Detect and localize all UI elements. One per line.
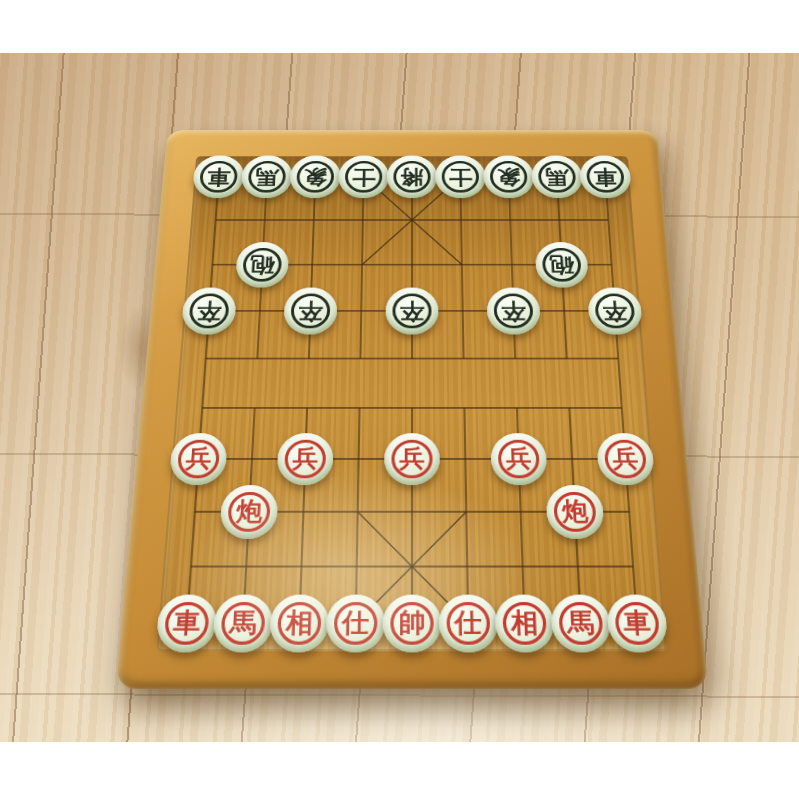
piece-ring: 兵 (177, 440, 221, 478)
piece-ring: 仕 (446, 602, 490, 645)
piece-ring: 車 (199, 161, 238, 193)
piece-ring: 馬 (220, 602, 266, 645)
piece-ring: 車 (586, 161, 625, 193)
piece-ring: 帥 (390, 602, 434, 645)
piece-black-chariot[interactable]: 車 (579, 156, 632, 199)
piece-glyph: 車 (172, 609, 201, 636)
piece-red-soldier[interactable]: 兵 (384, 433, 440, 485)
piece-glyph: 卒 (298, 301, 323, 323)
piece-ring: 兵 (498, 440, 540, 478)
piece-glyph: 砲 (250, 255, 275, 276)
piece-ring: 車 (164, 602, 210, 645)
piece-glyph: 砲 (549, 255, 574, 276)
piece-black-soldier[interactable]: 卒 (385, 288, 438, 335)
piece-glyph: 卒 (400, 301, 424, 323)
pieces-layer: 車馬象士將士象馬車砲砲卒卒卒卒卒兵兵兵兵兵炮炮車馬相仕帥仕相馬車 (156, 156, 667, 651)
piece-red-chariot[interactable]: 車 (606, 595, 669, 653)
piece-glyph: 士 (449, 168, 473, 188)
piece-black-chariot[interactable]: 車 (192, 156, 245, 199)
piece-ring: 砲 (242, 248, 282, 282)
piece-black-elephant[interactable]: 象 (483, 156, 535, 199)
piece-glyph: 仕 (342, 609, 370, 636)
piece-black-soldier[interactable]: 卒 (283, 288, 337, 335)
piece-red-soldier[interactable]: 兵 (169, 433, 228, 485)
piece-glyph: 將 (400, 168, 423, 188)
piece-ring: 象 (296, 161, 334, 193)
piece-glyph: 兵 (612, 446, 639, 470)
piece-glyph: 車 (623, 609, 652, 636)
photo-canvas: 車馬象士將士象馬車砲砲卒卒卒卒卒兵兵兵兵兵炮炮車馬相仕帥仕相馬車 (0, 0, 799, 799)
piece-black-cannon[interactable]: 砲 (535, 242, 589, 287)
piece-ring: 士 (345, 161, 383, 193)
piece-black-soldier[interactable]: 卒 (587, 288, 643, 335)
piece-ring: 兵 (604, 440, 648, 478)
piece-red-soldier[interactable]: 兵 (596, 433, 655, 485)
piece-ring: 象 (490, 161, 528, 193)
piece-glyph: 馬 (545, 168, 569, 188)
piece-black-elephant[interactable]: 象 (289, 156, 341, 199)
piece-glyph: 卒 (602, 301, 628, 323)
piece-ring: 馬 (247, 161, 286, 193)
piece-ring: 仕 (334, 602, 378, 645)
piece-glyph: 兵 (292, 446, 318, 470)
piece-glyph: 仕 (455, 609, 483, 636)
piece-glyph: 相 (511, 609, 539, 636)
piece-black-horse[interactable]: 馬 (241, 156, 293, 199)
piece-ring: 兵 (284, 440, 326, 478)
xiangqi-board-grid[interactable]: 車馬象士將士象馬車砲砲卒卒卒卒卒兵兵兵兵兵炮炮車馬相仕帥仕相馬車 (156, 156, 667, 651)
piece-red-chariot[interactable]: 車 (155, 595, 218, 653)
piece-glyph: 炮 (561, 498, 588, 523)
piece-black-soldier[interactable]: 卒 (181, 288, 237, 335)
piece-ring: 將 (393, 161, 430, 193)
piece-glyph: 馬 (229, 609, 257, 636)
letterbox-bottom (0, 742, 799, 799)
piece-glyph: 兵 (399, 446, 425, 470)
piece-ring: 士 (442, 161, 480, 193)
piece-ring: 炮 (227, 492, 271, 532)
piece-ring: 卒 (188, 294, 229, 329)
piece-ring: 車 (614, 602, 660, 645)
piece-ring: 相 (277, 602, 322, 645)
piece-glyph: 車 (206, 168, 231, 188)
piece-black-general[interactable]: 將 (387, 156, 438, 199)
piece-red-elephant[interactable]: 相 (495, 595, 556, 653)
piece-glyph: 馬 (567, 609, 595, 636)
piece-red-soldier[interactable]: 兵 (490, 433, 547, 485)
piece-ring: 兵 (391, 440, 432, 478)
piece-ring: 馬 (558, 602, 604, 645)
piece-glyph: 帥 (398, 609, 425, 636)
piece-glyph: 象 (303, 168, 327, 188)
piece-red-advisor[interactable]: 仕 (439, 595, 498, 653)
piece-red-cannon[interactable]: 炮 (546, 485, 605, 539)
piece-ring: 砲 (542, 248, 582, 282)
piece-black-horse[interactable]: 馬 (531, 156, 583, 199)
piece-red-horse[interactable]: 馬 (212, 595, 274, 653)
piece-ring: 馬 (538, 161, 577, 193)
piece-red-advisor[interactable]: 仕 (326, 595, 385, 653)
piece-ring: 炮 (553, 492, 597, 532)
board-perspective-wrap: 車馬象士將士象馬車砲砲卒卒卒卒卒兵兵兵兵兵炮炮車馬相仕帥仕相馬車 (116, 130, 708, 689)
piece-glyph: 兵 (505, 446, 531, 470)
piece-black-soldier[interactable]: 卒 (486, 288, 540, 335)
piece-glyph: 象 (497, 168, 521, 188)
piece-ring: 卒 (594, 294, 635, 329)
piece-black-advisor[interactable]: 士 (435, 156, 486, 199)
piece-glyph: 相 (285, 609, 313, 636)
letterbox-top (0, 0, 799, 53)
piece-black-advisor[interactable]: 士 (338, 156, 389, 199)
piece-glyph: 卒 (501, 301, 526, 323)
piece-glyph: 兵 (185, 446, 212, 470)
xiangqi-board-frame: 車馬象士將士象馬車砲砲卒卒卒卒卒兵兵兵兵兵炮炮車馬相仕帥仕相馬車 (116, 130, 708, 689)
piece-red-elephant[interactable]: 相 (269, 595, 330, 653)
piece-glyph: 車 (593, 168, 618, 188)
piece-ring: 相 (502, 602, 547, 645)
piece-red-horse[interactable]: 馬 (550, 595, 612, 653)
piece-black-cannon[interactable]: 砲 (235, 242, 289, 287)
piece-glyph: 卒 (196, 301, 222, 323)
piece-ring: 卒 (493, 294, 533, 329)
piece-ring: 卒 (392, 294, 431, 329)
piece-glyph: 炮 (235, 498, 262, 523)
piece-red-cannon[interactable]: 炮 (219, 485, 278, 539)
piece-ring: 卒 (290, 294, 330, 329)
piece-red-general[interactable]: 帥 (383, 595, 442, 653)
piece-glyph: 馬 (255, 168, 279, 188)
piece-glyph: 士 (352, 168, 376, 188)
piece-red-soldier[interactable]: 兵 (276, 433, 333, 485)
